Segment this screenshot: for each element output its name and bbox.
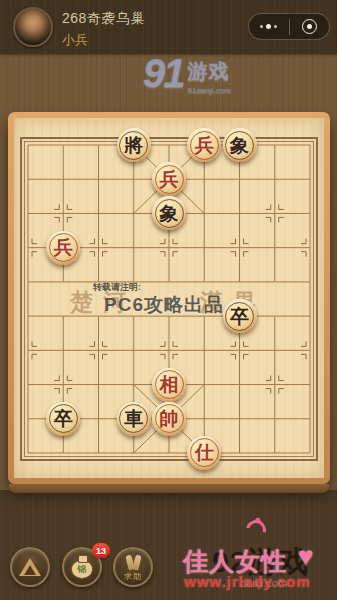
- board-point[interactable]: [46, 196, 81, 230]
- praying-hands-icon: [127, 555, 140, 570]
- board-point[interactable]: [187, 333, 222, 367]
- board-point[interactable]: [151, 265, 186, 299]
- piece-black-soldier[interactable]: 卒: [46, 402, 80, 436]
- board-point[interactable]: [10, 333, 45, 367]
- board-surface[interactable]: 楚河 漢界 將兵象兵象兵卒相卒車帥仕: [14, 118, 324, 478]
- ask-help-button[interactable]: 求助: [113, 547, 153, 587]
- board-point[interactable]: [116, 333, 151, 367]
- piece-black-soldier[interactable]: 卒: [223, 299, 257, 333]
- board-point[interactable]: [222, 367, 257, 401]
- watermark-91-number: 91: [143, 52, 184, 94]
- watermark-91-url: 91danji.com: [188, 86, 231, 95]
- board-point[interactable]: [257, 231, 292, 265]
- board-point[interactable]: [10, 162, 45, 196]
- board-point[interactable]: 象: [151, 196, 186, 230]
- board-point[interactable]: [81, 367, 116, 401]
- watermark-91: 91 游戏 91danji.com: [143, 52, 231, 95]
- piece-red-soldier[interactable]: 兵: [152, 162, 186, 196]
- board-point[interactable]: [81, 299, 116, 333]
- board-point[interactable]: [81, 231, 116, 265]
- bag-char: 锦: [78, 563, 87, 576]
- board-point[interactable]: [257, 367, 292, 401]
- board-point[interactable]: [187, 231, 222, 265]
- board-point[interactable]: [292, 333, 327, 367]
- board-point[interactable]: [222, 162, 257, 196]
- expand-button[interactable]: [10, 547, 50, 587]
- piece-red-general[interactable]: 帥: [152, 402, 186, 436]
- board-point[interactable]: [10, 367, 45, 401]
- board-point[interactable]: [81, 162, 116, 196]
- board-point[interactable]: [46, 162, 81, 196]
- board-point[interactable]: [222, 402, 257, 436]
- board-point[interactable]: [257, 162, 292, 196]
- board-point[interactable]: 卒: [222, 299, 257, 333]
- level-title: 268奇袭乌巢: [62, 10, 145, 28]
- board-point[interactable]: [151, 128, 186, 162]
- board-point[interactable]: [292, 436, 327, 470]
- board-point[interactable]: 相: [151, 367, 186, 401]
- money-bag-icon: 锦: [71, 560, 93, 579]
- board-point[interactable]: [257, 299, 292, 333]
- board-point[interactable]: [222, 231, 257, 265]
- watermark-91-text: 游戏: [188, 58, 231, 85]
- board-point[interactable]: [151, 333, 186, 367]
- board-point[interactable]: [222, 436, 257, 470]
- background-lower: [0, 490, 337, 600]
- piece-red-elephant[interactable]: 相: [152, 368, 186, 402]
- board-point[interactable]: [81, 436, 116, 470]
- board-point[interactable]: [116, 436, 151, 470]
- board-point[interactable]: [257, 436, 292, 470]
- board-point[interactable]: [257, 333, 292, 367]
- board-point[interactable]: [81, 402, 116, 436]
- board-point[interactable]: [257, 196, 292, 230]
- board-point[interactable]: [257, 128, 292, 162]
- board-point[interactable]: [151, 299, 186, 333]
- board-point[interactable]: [187, 265, 222, 299]
- board-point[interactable]: 兵: [151, 162, 186, 196]
- board-point[interactable]: [116, 196, 151, 230]
- board-point[interactable]: [292, 299, 327, 333]
- board-point[interactable]: 象: [222, 128, 257, 162]
- board-point[interactable]: [81, 265, 116, 299]
- board-point[interactable]: [10, 265, 45, 299]
- dot-icon: [274, 25, 277, 28]
- board-point[interactable]: [116, 265, 151, 299]
- board-point[interactable]: [292, 231, 327, 265]
- board-point[interactable]: [116, 162, 151, 196]
- board-point[interactable]: [292, 265, 327, 299]
- help-label: 求助: [124, 571, 142, 582]
- avatar: [13, 7, 53, 47]
- board-grid: 將兵象兵象兵卒相卒車帥仕: [10, 128, 327, 470]
- board-point[interactable]: [10, 128, 45, 162]
- board-point[interactable]: [187, 367, 222, 401]
- board-point[interactable]: [116, 367, 151, 401]
- piece-black-elephant[interactable]: 象: [152, 196, 186, 230]
- top-bar: 268奇袭乌巢 小兵: [0, 0, 337, 54]
- board-point[interactable]: 仕: [187, 436, 222, 470]
- exit-button[interactable]: [290, 14, 330, 39]
- board-point[interactable]: [81, 333, 116, 367]
- board-point[interactable]: 兵: [187, 128, 222, 162]
- board-point[interactable]: [10, 231, 45, 265]
- piece-red-soldier[interactable]: 兵: [187, 128, 221, 162]
- board-point[interactable]: [116, 299, 151, 333]
- app-window: 268奇袭乌巢 小兵 91 游戏 91danji.com 楚河 漢界 將兵象兵: [0, 0, 337, 600]
- treasure-bag-button[interactable]: 锦 13: [62, 547, 102, 587]
- board-point[interactable]: [151, 231, 186, 265]
- board-point[interactable]: [151, 436, 186, 470]
- board-point[interactable]: [81, 128, 116, 162]
- board-point[interactable]: 帥: [151, 402, 186, 436]
- xiangqi-board: 楚河 漢界 將兵象兵象兵卒相卒車帥仕: [8, 112, 330, 484]
- board-point[interactable]: [116, 231, 151, 265]
- board-point[interactable]: [292, 196, 327, 230]
- piece-black-general[interactable]: 將: [117, 128, 151, 162]
- board-point[interactable]: [10, 436, 45, 470]
- board-point[interactable]: [46, 128, 81, 162]
- board-point[interactable]: [10, 299, 45, 333]
- board-point[interactable]: [187, 196, 222, 230]
- board-point[interactable]: [222, 333, 257, 367]
- board-point[interactable]: [81, 196, 116, 230]
- dot-icon: [260, 25, 263, 28]
- board-point[interactable]: [10, 402, 45, 436]
- board-point[interactable]: [46, 333, 81, 367]
- piece-red-advisor[interactable]: 仕: [187, 436, 221, 470]
- board-point[interactable]: [187, 162, 222, 196]
- board-point[interactable]: [46, 367, 81, 401]
- board-point[interactable]: [292, 128, 327, 162]
- board-point[interactable]: 將: [116, 128, 151, 162]
- more-button[interactable]: [249, 14, 289, 39]
- board-point[interactable]: [46, 265, 81, 299]
- bag-count-badge: 13: [92, 543, 110, 558]
- board-point[interactable]: [46, 299, 81, 333]
- triangle-up-icon: [19, 558, 41, 576]
- wechat-capsule: [248, 13, 330, 40]
- board-point[interactable]: [187, 402, 222, 436]
- board-point[interactable]: [257, 402, 292, 436]
- board-point[interactable]: [10, 196, 45, 230]
- exit-circle-icon: [302, 19, 317, 34]
- board-point[interactable]: 車: [116, 402, 151, 436]
- board-point[interactable]: [222, 196, 257, 230]
- board-point[interactable]: 卒: [46, 402, 81, 436]
- piece-black-elephant[interactable]: 象: [223, 128, 257, 162]
- board-point[interactable]: [187, 299, 222, 333]
- board-point[interactable]: [46, 436, 81, 470]
- player-rank-label: 小兵: [62, 31, 88, 49]
- piece-red-soldier[interactable]: 兵: [46, 231, 80, 265]
- board-point[interactable]: [292, 402, 327, 436]
- board-point[interactable]: [292, 367, 327, 401]
- piece-black-chariot[interactable]: 車: [117, 402, 151, 436]
- board-point[interactable]: [292, 162, 327, 196]
- board-point[interactable]: [222, 265, 257, 299]
- dot-icon: [266, 24, 271, 29]
- board-point[interactable]: [257, 265, 292, 299]
- board-point[interactable]: 兵: [46, 231, 81, 265]
